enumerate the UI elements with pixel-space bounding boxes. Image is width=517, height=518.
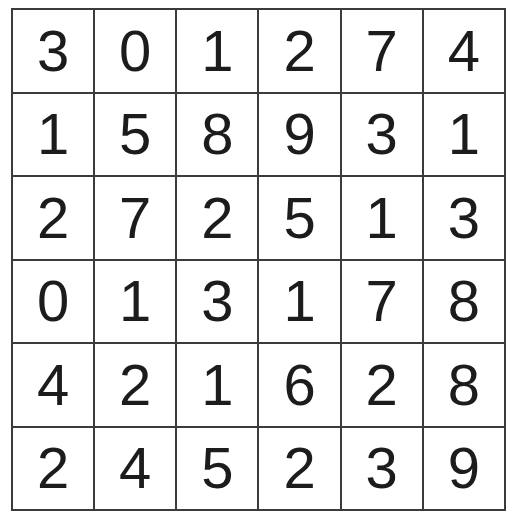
grid-cell: 4 [424,10,504,92]
grid-cell: 1 [95,261,175,343]
puzzle-page: 3 0 1 2 7 4 1 5 8 9 3 1 2 7 2 5 1 3 0 1 … [0,0,517,518]
grid-cell: 1 [177,10,257,92]
grid-cell: 9 [259,94,339,176]
grid-cell: 3 [342,428,422,510]
grid-cell: 2 [177,177,257,259]
grid-cell: 3 [13,10,93,92]
grid-cell: 0 [13,261,93,343]
grid-cell: 1 [177,344,257,426]
grid-cell: 0 [95,10,175,92]
grid-cell: 7 [342,10,422,92]
grid-cell: 5 [177,428,257,510]
grid-cell: 9 [424,428,504,510]
grid-cell: 2 [13,428,93,510]
grid-cell: 4 [95,428,175,510]
grid-cell: 3 [342,94,422,176]
grid-cell: 2 [13,177,93,259]
grid-cell: 6 [259,344,339,426]
grid-cell: 2 [259,10,339,92]
grid-cell: 3 [424,177,504,259]
grid-cell: 1 [259,261,339,343]
number-grid-board: 3 0 1 2 7 4 1 5 8 9 3 1 2 7 2 5 1 3 0 1 … [11,8,506,511]
grid-cell: 1 [342,177,422,259]
grid-cell: 2 [95,344,175,426]
grid-cell: 8 [424,344,504,426]
grid-cell: 3 [177,261,257,343]
grid-cell: 8 [424,261,504,343]
grid-cell: 2 [342,344,422,426]
grid-cell: 1 [424,94,504,176]
grid-cell: 7 [95,177,175,259]
grid-cell: 7 [342,261,422,343]
grid-cell: 1 [13,94,93,176]
grid-cell: 5 [259,177,339,259]
grid-cell: 2 [259,428,339,510]
grid-cell: 8 [177,94,257,176]
grid-cell: 4 [13,344,93,426]
grid-cell: 5 [95,94,175,176]
